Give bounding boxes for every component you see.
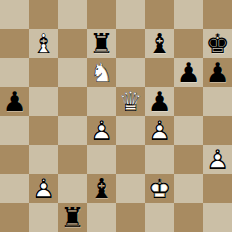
square-g5[interactable] [174, 87, 203, 116]
white-king[interactable]: ♚♔ [145, 174, 174, 203]
white-pawn[interactable]: ♟♙ [29, 174, 58, 203]
square-c5[interactable] [58, 87, 87, 116]
square-f4[interactable]: ♟♙ [145, 116, 174, 145]
square-c6[interactable] [58, 58, 87, 87]
square-b6[interactable] [29, 58, 58, 87]
square-h5[interactable] [203, 87, 232, 116]
black-pawn[interactable]: ♟ [174, 58, 203, 87]
black-bishop[interactable]: ♝ [145, 29, 174, 58]
square-b3[interactable] [29, 145, 58, 174]
square-d1[interactable] [87, 203, 116, 232]
square-a1[interactable] [0, 203, 29, 232]
square-h6[interactable]: ♟ [203, 58, 232, 87]
black-pawn[interactable]: ♟ [145, 87, 174, 116]
square-f1[interactable] [145, 203, 174, 232]
black-pawn-glyph: ♟ [0, 87, 29, 116]
white-knight[interactable]: ♞♘ [87, 58, 116, 87]
black-pawn[interactable]: ♟ [0, 87, 29, 116]
square-g1[interactable] [174, 203, 203, 232]
black-rook-glyph: ♜ [87, 29, 116, 58]
square-a4[interactable] [0, 116, 29, 145]
square-b1[interactable] [29, 203, 58, 232]
black-pawn-glyph: ♟ [174, 58, 203, 87]
square-e3[interactable] [116, 145, 145, 174]
chess-board: ♝♗♜♝♚♞♘♟♟♟♛♕♟♟♙♟♙♟♙♟♙♝♚♔♜ [0, 0, 232, 232]
black-rook[interactable]: ♜ [58, 203, 87, 232]
square-f7[interactable]: ♝ [145, 29, 174, 58]
square-h2[interactable] [203, 174, 232, 203]
square-a6[interactable] [0, 58, 29, 87]
square-b4[interactable] [29, 116, 58, 145]
black-rook-glyph: ♜ [58, 203, 87, 232]
square-e8[interactable] [116, 0, 145, 29]
square-c1[interactable]: ♜ [58, 203, 87, 232]
square-g4[interactable] [174, 116, 203, 145]
square-e5[interactable]: ♛♕ [116, 87, 145, 116]
white-pawn[interactable]: ♟♙ [203, 145, 232, 174]
square-h7[interactable]: ♚ [203, 29, 232, 58]
black-pawn-glyph: ♟ [145, 87, 174, 116]
square-e2[interactable] [116, 174, 145, 203]
square-f3[interactable] [145, 145, 174, 174]
black-bishop-glyph: ♝ [145, 29, 174, 58]
square-c7[interactable] [58, 29, 87, 58]
square-d4[interactable]: ♟♙ [87, 116, 116, 145]
white-king-outline-glyph: ♔ [145, 174, 174, 203]
square-d7[interactable]: ♜ [87, 29, 116, 58]
square-d8[interactable] [87, 0, 116, 29]
square-a7[interactable] [0, 29, 29, 58]
white-pawn-outline-glyph: ♙ [145, 116, 174, 145]
black-king-glyph: ♚ [203, 29, 232, 58]
square-c2[interactable] [58, 174, 87, 203]
square-f6[interactable] [145, 58, 174, 87]
square-d3[interactable] [87, 145, 116, 174]
square-h8[interactable] [203, 0, 232, 29]
black-bishop-glyph: ♝ [87, 174, 116, 203]
white-knight-outline-glyph: ♘ [87, 58, 116, 87]
square-b5[interactable] [29, 87, 58, 116]
square-c4[interactable] [58, 116, 87, 145]
square-h1[interactable] [203, 203, 232, 232]
square-f8[interactable] [145, 0, 174, 29]
black-pawn-glyph: ♟ [203, 58, 232, 87]
black-bishop[interactable]: ♝ [87, 174, 116, 203]
square-d5[interactable] [87, 87, 116, 116]
white-bishop[interactable]: ♝♗ [29, 29, 58, 58]
square-e1[interactable] [116, 203, 145, 232]
square-b8[interactable] [29, 0, 58, 29]
square-g8[interactable] [174, 0, 203, 29]
square-f5[interactable]: ♟ [145, 87, 174, 116]
square-e6[interactable] [116, 58, 145, 87]
white-pawn[interactable]: ♟♙ [145, 116, 174, 145]
square-g2[interactable] [174, 174, 203, 203]
square-e4[interactable] [116, 116, 145, 145]
white-pawn[interactable]: ♟♙ [87, 116, 116, 145]
white-bishop-outline-glyph: ♗ [29, 29, 58, 58]
square-a8[interactable] [0, 0, 29, 29]
white-pawn-outline-glyph: ♙ [29, 174, 58, 203]
black-pawn[interactable]: ♟ [203, 58, 232, 87]
white-queen[interactable]: ♛♕ [116, 87, 145, 116]
square-c3[interactable] [58, 145, 87, 174]
square-c8[interactable] [58, 0, 87, 29]
square-g6[interactable]: ♟ [174, 58, 203, 87]
square-d2[interactable]: ♝ [87, 174, 116, 203]
square-a3[interactable] [0, 145, 29, 174]
square-h3[interactable]: ♟♙ [203, 145, 232, 174]
square-a2[interactable] [0, 174, 29, 203]
square-f2[interactable]: ♚♔ [145, 174, 174, 203]
square-h4[interactable] [203, 116, 232, 145]
square-g7[interactable] [174, 29, 203, 58]
square-b2[interactable]: ♟♙ [29, 174, 58, 203]
black-king[interactable]: ♚ [203, 29, 232, 58]
square-g3[interactable] [174, 145, 203, 174]
square-d6[interactable]: ♞♘ [87, 58, 116, 87]
white-pawn-outline-glyph: ♙ [87, 116, 116, 145]
square-e7[interactable] [116, 29, 145, 58]
black-rook[interactable]: ♜ [87, 29, 116, 58]
square-a5[interactable]: ♟ [0, 87, 29, 116]
white-pawn-outline-glyph: ♙ [203, 145, 232, 174]
square-b7[interactable]: ♝♗ [29, 29, 58, 58]
white-queen-outline-glyph: ♕ [116, 87, 145, 116]
